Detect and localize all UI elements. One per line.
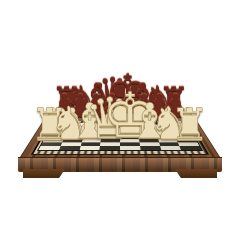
piece-black-pawn-a7: ♟: [50, 90, 79, 122]
piece-black-rook-a8: ♜: [51, 83, 82, 118]
board-squares-grid: [38, 123, 201, 150]
board-foot-right: [175, 169, 217, 178]
square-f1: [140, 146, 161, 150]
piece-black-knight-b8: ♞: [66, 82, 99, 118]
square-d1: [100, 146, 120, 150]
square-e1: [120, 146, 140, 150]
piece-black-pawn-e7: ♟: [114, 90, 143, 122]
square-h1: [180, 146, 202, 150]
piece-black-pawn-c7: ♟: [82, 90, 111, 122]
board-mosaic-border: [31, 121, 209, 155]
square-g1: [160, 146, 182, 150]
piece-black-pawn-b7: ♟: [66, 90, 95, 122]
piece-black-knight-g8: ♞: [142, 82, 175, 118]
board-foot-left: [23, 169, 65, 178]
piece-black-bishop-c8: ♝: [80, 79, 115, 118]
piece-black-rook-h8: ♜: [158, 83, 189, 118]
piece-black-queen-d8: ♛: [92, 73, 132, 118]
chess-board: [18, 118, 222, 160]
board-wood-frame: [18, 118, 222, 160]
piece-black-pawn-h7: ♟: [161, 90, 190, 122]
piece-black-pawn-d7: ♟: [98, 90, 127, 122]
square-a1: [38, 146, 60, 150]
piece-black-bishop-f8: ♝: [126, 79, 161, 118]
product-photo-scene: ♜♞♝♛♚♝♞♜♟♟♟♟♟♟♟♟♟♟♟♟♟♟♟♟♜♞♝♛♚♝♞♜: [0, 0, 240, 240]
square-b1: [59, 146, 81, 150]
piece-black-pawn-f7: ♟: [129, 90, 158, 122]
piece-black-king-e8: ♚: [105, 68, 149, 118]
piece-black-pawn-g7: ♟: [145, 90, 174, 122]
square-c1: [79, 146, 100, 150]
